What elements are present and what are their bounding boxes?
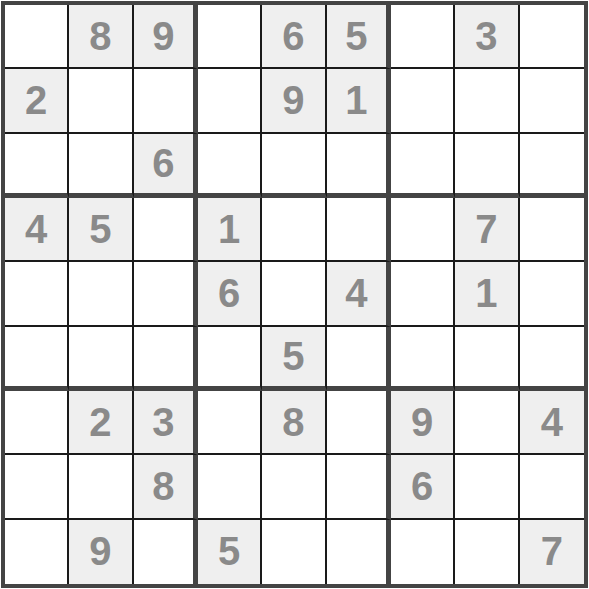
cell-r3c9[interactable]: [520, 134, 584, 198]
cell-r4c7[interactable]: [391, 198, 455, 262]
cell-r3c5[interactable]: [262, 134, 326, 198]
cell-r4c1: 4: [5, 198, 69, 262]
cell-r8c2[interactable]: [69, 455, 133, 519]
cell-r7c5: 8: [262, 391, 326, 455]
cell-r1c7[interactable]: [391, 5, 455, 69]
cell-r1c6: 5: [327, 5, 391, 69]
cell-r4c4: 1: [198, 198, 262, 262]
cell-r2c2[interactable]: [69, 69, 133, 133]
cell-r5c6: 4: [327, 262, 391, 326]
cell-r5c7[interactable]: [391, 262, 455, 326]
cell-r8c7: 6: [391, 455, 455, 519]
cell-r4c9[interactable]: [520, 198, 584, 262]
cell-r7c1[interactable]: [5, 391, 69, 455]
cell-r1c9[interactable]: [520, 5, 584, 69]
cell-r4c8: 7: [455, 198, 519, 262]
cell-r9c1[interactable]: [5, 520, 69, 584]
cell-r6c5: 5: [262, 327, 326, 391]
cell-r2c1: 2: [5, 69, 69, 133]
cell-r4c3[interactable]: [134, 198, 198, 262]
cell-r1c4[interactable]: [198, 5, 262, 69]
cell-r2c3[interactable]: [134, 69, 198, 133]
cell-r7c9: 4: [520, 391, 584, 455]
cell-r2c7[interactable]: [391, 69, 455, 133]
cell-r4c6[interactable]: [327, 198, 391, 262]
cell-r1c2: 8: [69, 5, 133, 69]
cell-r6c1[interactable]: [5, 327, 69, 391]
cell-r8c4[interactable]: [198, 455, 262, 519]
cell-r6c9[interactable]: [520, 327, 584, 391]
cell-r3c2[interactable]: [69, 134, 133, 198]
cell-r9c6[interactable]: [327, 520, 391, 584]
cell-r7c2: 2: [69, 391, 133, 455]
cell-r2c9[interactable]: [520, 69, 584, 133]
sudoku-board: 896532916451764152389486957: [1, 1, 588, 588]
cell-r8c3: 8: [134, 455, 198, 519]
cell-r5c1[interactable]: [5, 262, 69, 326]
cell-r6c4[interactable]: [198, 327, 262, 391]
cell-r4c5[interactable]: [262, 198, 326, 262]
cell-r1c3: 9: [134, 5, 198, 69]
cell-r6c7[interactable]: [391, 327, 455, 391]
cell-r7c3: 3: [134, 391, 198, 455]
cell-r2c8[interactable]: [455, 69, 519, 133]
cell-r3c4[interactable]: [198, 134, 262, 198]
cell-r7c7: 9: [391, 391, 455, 455]
cell-r9c8[interactable]: [455, 520, 519, 584]
cell-r4c2: 5: [69, 198, 133, 262]
cell-r9c7[interactable]: [391, 520, 455, 584]
cell-r7c6[interactable]: [327, 391, 391, 455]
cell-r5c8: 1: [455, 262, 519, 326]
cell-r5c4: 6: [198, 262, 262, 326]
cell-r8c1[interactable]: [5, 455, 69, 519]
cell-r5c5[interactable]: [262, 262, 326, 326]
cell-r8c5[interactable]: [262, 455, 326, 519]
cell-r3c1[interactable]: [5, 134, 69, 198]
cell-r2c4[interactable]: [198, 69, 262, 133]
cell-r1c8: 3: [455, 5, 519, 69]
cell-r6c3[interactable]: [134, 327, 198, 391]
cell-r5c9[interactable]: [520, 262, 584, 326]
cell-r2c6: 1: [327, 69, 391, 133]
cell-r6c2[interactable]: [69, 327, 133, 391]
cell-r8c9[interactable]: [520, 455, 584, 519]
cell-r3c6[interactable]: [327, 134, 391, 198]
cell-r3c8[interactable]: [455, 134, 519, 198]
cell-r3c7[interactable]: [391, 134, 455, 198]
cell-r9c5[interactable]: [262, 520, 326, 584]
cell-r6c8[interactable]: [455, 327, 519, 391]
cell-r9c3[interactable]: [134, 520, 198, 584]
cell-r8c8[interactable]: [455, 455, 519, 519]
cell-r5c3[interactable]: [134, 262, 198, 326]
cell-r9c2: 9: [69, 520, 133, 584]
cell-r3c3: 6: [134, 134, 198, 198]
cell-r6c6[interactable]: [327, 327, 391, 391]
cell-r7c4[interactable]: [198, 391, 262, 455]
cell-r2c5: 9: [262, 69, 326, 133]
cell-r7c8[interactable]: [455, 391, 519, 455]
cell-r5c2[interactable]: [69, 262, 133, 326]
cell-r9c9: 7: [520, 520, 584, 584]
cell-r9c4: 5: [198, 520, 262, 584]
cell-r1c5: 6: [262, 5, 326, 69]
cell-r1c1[interactable]: [5, 5, 69, 69]
cell-r8c6[interactable]: [327, 455, 391, 519]
